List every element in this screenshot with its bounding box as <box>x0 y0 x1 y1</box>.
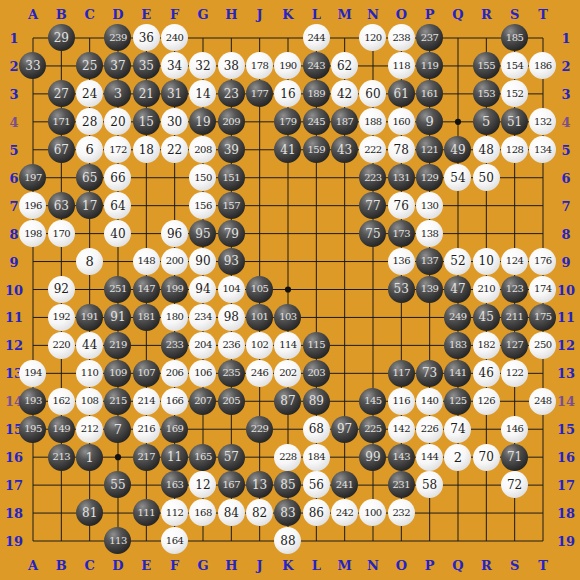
col-label-bottom-M[interactable]: M <box>337 559 351 572</box>
stone-K18: 83 <box>274 499 301 526</box>
stone-K2: 190 <box>274 52 301 79</box>
row-label-right-6[interactable]: 6 <box>561 171 570 184</box>
stone-M17: 241 <box>331 471 358 498</box>
row-label-right-15[interactable]: 15 <box>557 423 575 436</box>
stone-H7: 157 <box>218 192 245 219</box>
stone-J13: 246 <box>246 360 273 387</box>
stone-L2: 243 <box>303 52 330 79</box>
stone-B14: 162 <box>48 388 75 415</box>
stone-A2: 33 <box>19 52 46 79</box>
row-label-right-5[interactable]: 5 <box>561 143 570 156</box>
col-label-top-O[interactable]: O <box>396 8 407 21</box>
stone-F9: 200 <box>161 248 188 275</box>
stone-E1: 36 <box>133 24 160 51</box>
stone-L17: 56 <box>303 471 330 498</box>
stone-B12: 220 <box>48 332 75 359</box>
col-label-bottom-Q[interactable]: Q <box>452 559 463 572</box>
stone-H12: 236 <box>218 332 245 359</box>
stone-T14: 248 <box>529 388 556 415</box>
stone-N4: 188 <box>359 108 386 135</box>
col-label-bottom-P[interactable]: P <box>425 559 435 572</box>
stone-F12: 233 <box>161 332 188 359</box>
stone-O5: 78 <box>388 136 415 163</box>
stone-F8: 96 <box>161 220 188 247</box>
stone-F18: 112 <box>161 499 188 526</box>
stone-O17: 231 <box>388 471 415 498</box>
row-label-right-11[interactable]: 11 <box>557 311 575 324</box>
stone-E10: 147 <box>133 276 160 303</box>
stone-O14: 116 <box>388 388 415 415</box>
stone-G10: 94 <box>189 276 216 303</box>
stone-E4: 15 <box>133 108 160 135</box>
row-label-right-2[interactable]: 2 <box>561 59 570 72</box>
stone-E3: 21 <box>133 80 160 107</box>
stone-R4: 5 <box>473 108 500 135</box>
col-label-top-N[interactable]: N <box>367 8 379 21</box>
stone-O8: 173 <box>388 220 415 247</box>
stone-K4: 179 <box>274 108 301 135</box>
stone-Q13: 141 <box>444 360 471 387</box>
stone-T11: 175 <box>529 304 556 331</box>
stone-D4: 20 <box>104 108 131 135</box>
stone-L4: 245 <box>303 108 330 135</box>
stone-N7: 77 <box>359 192 386 219</box>
stone-R9: 10 <box>473 248 500 275</box>
stone-K11: 103 <box>274 304 301 331</box>
stone-P15: 226 <box>416 416 443 443</box>
stone-Q10: 47 <box>444 276 471 303</box>
stone-M18: 242 <box>331 499 358 526</box>
stone-L16: 184 <box>303 444 330 471</box>
stone-R13: 46 <box>473 360 500 387</box>
stone-N8: 75 <box>359 220 386 247</box>
stone-L15: 68 <box>303 416 330 443</box>
stone-T9: 176 <box>529 248 556 275</box>
stone-Q15: 74 <box>444 416 471 443</box>
col-label-top-E[interactable]: E <box>141 8 151 21</box>
stone-J18: 82 <box>246 499 273 526</box>
stone-H9: 93 <box>218 248 245 275</box>
stone-E9: 148 <box>133 248 160 275</box>
stone-G5: 208 <box>189 136 216 163</box>
stone-S1: 185 <box>501 24 528 51</box>
stone-R3: 153 <box>473 80 500 107</box>
stone-K13: 202 <box>274 360 301 387</box>
stone-B5: 67 <box>48 136 75 163</box>
row-label-left-6[interactable]: 6 <box>9 171 18 184</box>
row-label-left-7[interactable]: 7 <box>9 199 18 212</box>
stone-L1: 244 <box>303 24 330 51</box>
stone-E2: 35 <box>133 52 160 79</box>
col-label-top-M[interactable]: M <box>337 8 351 21</box>
stone-D12: 219 <box>104 332 131 359</box>
stone-B3: 27 <box>48 80 75 107</box>
stone-A15: 195 <box>19 416 46 443</box>
stone-O10: 53 <box>388 276 415 303</box>
stone-B16: 213 <box>48 444 75 471</box>
stone-G14: 207 <box>189 388 216 415</box>
stone-R12: 182 <box>473 332 500 359</box>
stone-B11: 192 <box>48 304 75 331</box>
stone-L13: 203 <box>303 360 330 387</box>
stone-P3: 161 <box>416 80 443 107</box>
col-label-bottom-J[interactable]: J <box>257 559 263 572</box>
col-label-bottom-C[interactable]: C <box>84 559 94 572</box>
stone-S15: 146 <box>501 416 528 443</box>
stone-P1: 237 <box>416 24 443 51</box>
stone-R2: 155 <box>473 52 500 79</box>
stone-T5: 134 <box>529 136 556 163</box>
stone-D17: 55 <box>104 471 131 498</box>
stone-H2: 38 <box>218 52 245 79</box>
stone-S11: 211 <box>501 304 528 331</box>
stone-P7: 130 <box>416 192 443 219</box>
stone-O15: 142 <box>388 416 415 443</box>
col-label-top-K[interactable]: K <box>282 8 293 21</box>
row-label-left-1[interactable]: 1 <box>9 32 18 45</box>
stone-T2: 186 <box>529 52 556 79</box>
stone-O2: 118 <box>388 52 415 79</box>
col-label-bottom-A[interactable]: A <box>28 559 38 572</box>
col-label-bottom-D[interactable]: D <box>112 559 123 572</box>
stone-K17: 85 <box>274 471 301 498</box>
stone-C18: 81 <box>76 499 103 526</box>
row-label-left-3[interactable]: 3 <box>9 87 18 100</box>
stone-D7: 64 <box>104 192 131 219</box>
stone-H8: 79 <box>218 220 245 247</box>
stone-B10: 92 <box>48 276 75 303</box>
col-label-bottom-R[interactable]: R <box>481 559 492 572</box>
stone-R5: 48 <box>473 136 500 163</box>
stone-N16: 99 <box>359 444 386 471</box>
stone-F14: 166 <box>161 388 188 415</box>
col-label-bottom-N[interactable]: N <box>367 559 379 572</box>
col-label-top-S[interactable]: S <box>510 8 519 21</box>
col-label-bottom-B[interactable]: B <box>56 559 67 572</box>
stone-Q14: 125 <box>444 388 471 415</box>
stone-K14: 87 <box>274 388 301 415</box>
stone-C12: 44 <box>76 332 103 359</box>
stone-P10: 139 <box>416 276 443 303</box>
stone-S2: 154 <box>501 52 528 79</box>
stone-F13: 206 <box>161 360 188 387</box>
stone-N14: 145 <box>359 388 386 415</box>
stone-R10: 210 <box>473 276 500 303</box>
stone-E18: 111 <box>133 499 160 526</box>
stone-E16: 217 <box>133 444 160 471</box>
stone-F15: 169 <box>161 416 188 443</box>
stone-K16: 228 <box>274 444 301 471</box>
stone-L14: 89 <box>303 388 330 415</box>
stone-N5: 222 <box>359 136 386 163</box>
stone-G16: 165 <box>189 444 216 471</box>
col-label-top-J[interactable]: J <box>257 8 263 21</box>
stone-D5: 172 <box>104 136 131 163</box>
col-label-top-G[interactable]: G <box>197 8 208 21</box>
stone-M3: 42 <box>331 80 358 107</box>
stone-J10: 105 <box>246 276 273 303</box>
row-label-right-10[interactable]: 10 <box>557 283 575 296</box>
stone-P5: 121 <box>416 136 443 163</box>
row-label-right-12[interactable]: 12 <box>557 339 575 352</box>
stone-F2: 34 <box>161 52 188 79</box>
stone-C11: 191 <box>76 304 103 331</box>
stone-J3: 177 <box>246 80 273 107</box>
stone-D13: 109 <box>104 360 131 387</box>
stone-Q6: 54 <box>444 164 471 191</box>
stone-P2: 119 <box>416 52 443 79</box>
stone-H17: 167 <box>218 471 245 498</box>
stone-G13: 106 <box>189 360 216 387</box>
stone-P14: 140 <box>416 388 443 415</box>
stone-S3: 152 <box>501 80 528 107</box>
stone-F4: 30 <box>161 108 188 135</box>
col-label-bottom-T[interactable]: T <box>538 559 548 572</box>
stone-S16: 71 <box>501 444 528 471</box>
stone-Q5: 49 <box>444 136 471 163</box>
col-label-top-B[interactable]: B <box>56 8 67 21</box>
stone-L3: 189 <box>303 80 330 107</box>
stone-O9: 136 <box>388 248 415 275</box>
stone-H14: 205 <box>218 388 245 415</box>
stone-F10: 199 <box>161 276 188 303</box>
stone-G3: 14 <box>189 80 216 107</box>
row-label-right-7[interactable]: 7 <box>561 199 570 212</box>
stone-E15: 216 <box>133 416 160 443</box>
stone-K19: 88 <box>274 527 301 554</box>
stone-T12: 250 <box>529 332 556 359</box>
stone-B15: 149 <box>48 416 75 443</box>
stone-F3: 31 <box>161 80 188 107</box>
stone-Q16: 2 <box>444 444 471 471</box>
stone-S5: 128 <box>501 136 528 163</box>
col-label-top-H[interactable]: H <box>225 8 237 21</box>
stone-C13: 110 <box>76 360 103 387</box>
row-label-right-1[interactable]: 1 <box>561 32 570 45</box>
stone-K5: 41 <box>274 136 301 163</box>
stone-A14: 193 <box>19 388 46 415</box>
stones-grid: 2923936240244120238237185332537353432381… <box>19 24 557 555</box>
stone-H11: 98 <box>218 304 245 331</box>
stone-H6: 151 <box>218 164 245 191</box>
stone-G12: 204 <box>189 332 216 359</box>
stone-S12: 127 <box>501 332 528 359</box>
stone-M4: 187 <box>331 108 358 135</box>
stone-B1: 29 <box>48 24 75 51</box>
col-label-top-R[interactable]: R <box>481 8 492 21</box>
stone-O6: 131 <box>388 164 415 191</box>
stone-C3: 24 <box>76 80 103 107</box>
stone-P6: 129 <box>416 164 443 191</box>
stone-Q11: 249 <box>444 304 471 331</box>
stone-C9: 8 <box>76 248 103 275</box>
stone-M5: 43 <box>331 136 358 163</box>
stone-L5: 159 <box>303 136 330 163</box>
stone-F1: 240 <box>161 24 188 51</box>
stone-T4: 132 <box>529 108 556 135</box>
row-label-right-9[interactable]: 9 <box>561 255 570 268</box>
stone-N18: 100 <box>359 499 386 526</box>
row-label-right-17[interactable]: 17 <box>557 479 575 492</box>
row-label-left-5[interactable]: 5 <box>9 143 18 156</box>
stone-D10: 251 <box>104 276 131 303</box>
col-label-bottom-G[interactable]: G <box>197 559 208 572</box>
stone-R14: 126 <box>473 388 500 415</box>
stone-R11: 45 <box>473 304 500 331</box>
stone-N1: 120 <box>359 24 386 51</box>
stone-T10: 174 <box>529 276 556 303</box>
stone-H3: 23 <box>218 80 245 107</box>
row-label-right-18[interactable]: 18 <box>557 507 575 520</box>
stone-J12: 102 <box>246 332 273 359</box>
stone-N3: 60 <box>359 80 386 107</box>
col-label-bottom-H[interactable]: H <box>225 559 237 572</box>
stone-S9: 124 <box>501 248 528 275</box>
stone-D11: 91 <box>104 304 131 331</box>
col-label-top-C[interactable]: C <box>84 8 94 21</box>
stone-A8: 198 <box>19 220 46 247</box>
stone-C5: 6 <box>76 136 103 163</box>
stone-E5: 18 <box>133 136 160 163</box>
stone-G7: 156 <box>189 192 216 219</box>
stone-O16: 143 <box>388 444 415 471</box>
stone-K3: 16 <box>274 80 301 107</box>
stone-D3: 3 <box>104 80 131 107</box>
col-label-top-T[interactable]: T <box>538 8 548 21</box>
col-label-bottom-S[interactable]: S <box>510 559 519 572</box>
stone-G8: 95 <box>189 220 216 247</box>
stone-O18: 232 <box>388 499 415 526</box>
stone-A6: 197 <box>19 164 46 191</box>
stone-C6: 65 <box>76 164 103 191</box>
stone-N6: 223 <box>359 164 386 191</box>
stone-J15: 229 <box>246 416 273 443</box>
stone-G9: 90 <box>189 248 216 275</box>
stone-R6: 50 <box>473 164 500 191</box>
col-label-top-D[interactable]: D <box>112 8 123 21</box>
row-label-left-2[interactable]: 2 <box>9 59 18 72</box>
stone-S17: 72 <box>501 471 528 498</box>
stone-D19: 113 <box>104 527 131 554</box>
stone-C15: 212 <box>76 416 103 443</box>
row-label-right-8[interactable]: 8 <box>561 227 570 240</box>
stone-D8: 40 <box>104 220 131 247</box>
stone-E14: 214 <box>133 388 160 415</box>
row-label-right-19[interactable]: 19 <box>557 535 575 548</box>
stone-H18: 84 <box>218 499 245 526</box>
row-label-left-9[interactable]: 9 <box>9 255 18 268</box>
stone-L12: 115 <box>303 332 330 359</box>
col-label-top-P[interactable]: P <box>425 8 435 21</box>
stone-J11: 101 <box>246 304 273 331</box>
stone-M2: 62 <box>331 52 358 79</box>
row-label-right-14[interactable]: 14 <box>557 395 575 408</box>
stone-O1: 238 <box>388 24 415 51</box>
stone-B8: 170 <box>48 220 75 247</box>
stone-L18: 86 <box>303 499 330 526</box>
stone-G17: 12 <box>189 471 216 498</box>
stone-B4: 171 <box>48 108 75 135</box>
stone-C14: 108 <box>76 388 103 415</box>
row-label-right-16[interactable]: 16 <box>557 451 575 464</box>
row-label-right-3[interactable]: 3 <box>561 87 570 100</box>
stone-C7: 17 <box>76 192 103 219</box>
stone-G6: 150 <box>189 164 216 191</box>
stone-F5: 22 <box>161 136 188 163</box>
stone-O4: 160 <box>388 108 415 135</box>
stone-H10: 104 <box>218 276 245 303</box>
row-label-left-4[interactable]: 4 <box>9 115 18 128</box>
stone-G2: 32 <box>189 52 216 79</box>
stone-A13: 194 <box>19 360 46 387</box>
stone-Q12: 183 <box>444 332 471 359</box>
stone-D15: 7 <box>104 416 131 443</box>
col-label-top-F[interactable]: F <box>170 8 179 21</box>
col-label-bottom-E[interactable]: E <box>141 559 151 572</box>
stone-P4: 9 <box>416 108 443 135</box>
stone-C2: 25 <box>76 52 103 79</box>
stone-G4: 19 <box>189 108 216 135</box>
stone-J2: 178 <box>246 52 273 79</box>
stone-D14: 215 <box>104 388 131 415</box>
stone-G18: 168 <box>189 499 216 526</box>
stone-B7: 63 <box>48 192 75 219</box>
stone-C4: 28 <box>76 108 103 135</box>
stone-F11: 180 <box>161 304 188 331</box>
col-label-top-A[interactable]: A <box>28 8 38 21</box>
stone-P8: 138 <box>416 220 443 247</box>
go-board: AABBCCDDEEFFGGHHJJKKLLMMNNOOPPQQRRSSTT11… <box>0 0 580 580</box>
stone-C16: 1 <box>76 444 103 471</box>
stone-P13: 73 <box>416 360 443 387</box>
stone-S10: 123 <box>501 276 528 303</box>
row-label-right-4[interactable]: 4 <box>561 115 570 128</box>
stone-J17: 13 <box>246 471 273 498</box>
stone-N15: 225 <box>359 416 386 443</box>
col-label-bottom-F[interactable]: F <box>170 559 179 572</box>
col-label-top-L[interactable]: L <box>312 8 321 21</box>
col-label-bottom-O[interactable]: O <box>396 559 407 572</box>
stone-S13: 122 <box>501 360 528 387</box>
stone-O13: 117 <box>388 360 415 387</box>
stone-F16: 11 <box>161 444 188 471</box>
stone-H4: 209 <box>218 108 245 135</box>
row-label-left-8[interactable]: 8 <box>9 227 18 240</box>
stone-R16: 70 <box>473 444 500 471</box>
stone-O7: 76 <box>388 192 415 219</box>
stone-Q9: 52 <box>444 248 471 275</box>
stone-H16: 57 <box>218 444 245 471</box>
stone-H5: 39 <box>218 136 245 163</box>
stone-O3: 61 <box>388 80 415 107</box>
col-label-bottom-L[interactable]: L <box>312 559 321 572</box>
col-label-top-Q[interactable]: Q <box>452 8 463 21</box>
col-label-bottom-K[interactable]: K <box>282 559 293 572</box>
stone-G11: 234 <box>189 304 216 331</box>
stone-E11: 181 <box>133 304 160 331</box>
stone-K12: 114 <box>274 332 301 359</box>
stone-D6: 66 <box>104 164 131 191</box>
stone-A7: 196 <box>19 192 46 219</box>
stone-P17: 58 <box>416 471 443 498</box>
stone-D1: 239 <box>104 24 131 51</box>
stone-P16: 144 <box>416 444 443 471</box>
stone-E13: 107 <box>133 360 160 387</box>
row-label-right-13[interactable]: 13 <box>557 367 575 380</box>
stone-F19: 164 <box>161 527 188 554</box>
stone-M15: 97 <box>331 416 358 443</box>
stone-S4: 51 <box>501 108 528 135</box>
